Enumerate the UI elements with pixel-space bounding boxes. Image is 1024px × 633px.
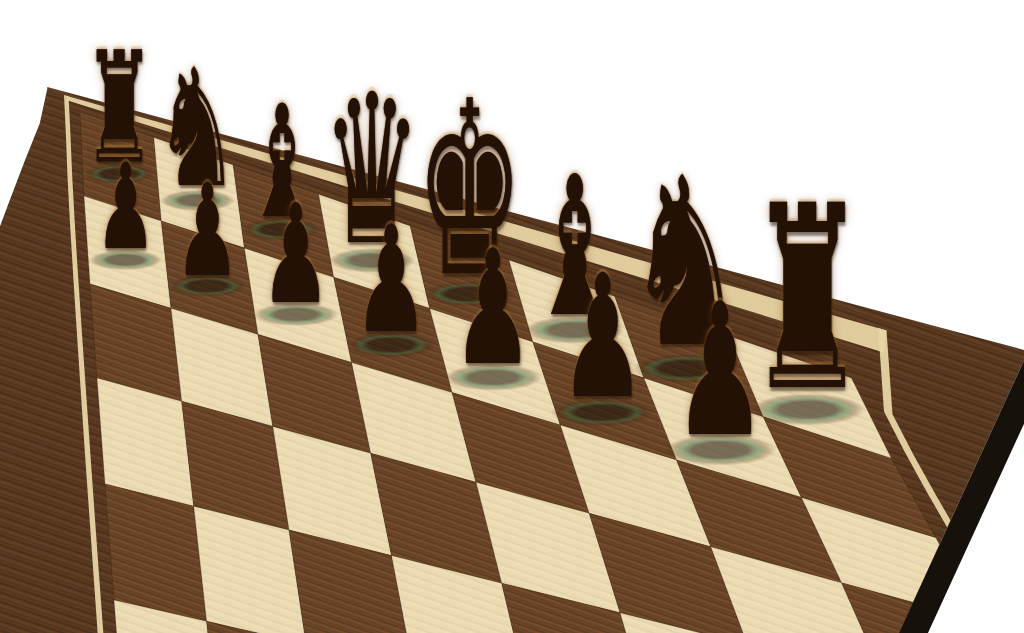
pawn-glyph: ♟ bbox=[554, 253, 651, 423]
pawn-glyph: ♟ bbox=[349, 207, 433, 354]
pawn-glyph: ♟ bbox=[668, 279, 772, 462]
scene: ♜♞♝♛♚♝♞♜♟♟♟♟♟♟♟ bbox=[0, 0, 1024, 633]
piece-black-pawn[interactable]: ♟ bbox=[650, 307, 790, 454]
pawn-glyph: ♟ bbox=[448, 229, 538, 388]
